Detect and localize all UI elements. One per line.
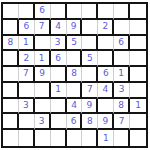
digit: 2 [102, 22, 108, 31]
cell-r3c1[interactable]: 8 [3, 36, 19, 52]
cell-r9c6[interactable] [82, 130, 98, 146]
digit: 6 [23, 22, 29, 31]
cell-r3c5[interactable]: 5 [67, 36, 83, 52]
cell-r7c4[interactable] [51, 99, 67, 115]
cell-r2c3[interactable]: 7 [35, 20, 51, 36]
cell-r7c9[interactable]: 1 [130, 99, 146, 115]
digit: 1 [39, 53, 45, 62]
cell-r3c9[interactable] [130, 36, 146, 52]
digit: 7 [87, 85, 93, 94]
digit: 7 [119, 116, 125, 125]
cell-r1c4[interactable] [51, 4, 67, 20]
digit: 8 [118, 101, 124, 110]
digit: 7 [39, 22, 45, 31]
digit: 1 [118, 69, 124, 78]
cell-r8c8[interactable]: 7 [114, 114, 130, 130]
cell-r5c5[interactable]: 8 [67, 67, 83, 83]
cell-r2c8[interactable] [114, 20, 130, 36]
cell-r1c9[interactable] [130, 4, 146, 20]
cell-r5c8[interactable]: 1 [114, 67, 130, 83]
cell-r9c8[interactable] [114, 130, 130, 146]
digit: 9 [39, 69, 45, 78]
cell-r5c7[interactable]: 6 [98, 67, 114, 83]
sudoku-board: 66749281356216579861174334981368971 [1, 2, 148, 148]
cell-r6c7[interactable]: 4 [98, 83, 114, 99]
cell-r4c5[interactable] [67, 51, 83, 67]
cell-r8c6[interactable]: 8 [82, 114, 98, 130]
cell-r5c6[interactable] [82, 67, 98, 83]
cell-r5c9[interactable] [130, 67, 146, 83]
cell-r3c3[interactable] [35, 36, 51, 52]
cell-r9c4[interactable] [51, 130, 67, 146]
digit: 5 [71, 37, 77, 46]
digit: 5 [87, 53, 93, 62]
cell-r5c4[interactable] [51, 67, 67, 83]
cell-r7c7[interactable] [98, 99, 114, 115]
cell-r5c3[interactable]: 9 [35, 67, 51, 83]
digit: 3 [39, 116, 45, 125]
digit: 1 [55, 85, 61, 94]
cell-r1c1[interactable] [3, 4, 19, 20]
cell-r4c6[interactable]: 5 [82, 51, 98, 67]
cell-r6c2[interactable] [19, 83, 35, 99]
cell-r1c6[interactable] [82, 4, 98, 20]
cell-r7c5[interactable]: 4 [67, 99, 83, 115]
cell-r6c3[interactable] [35, 83, 51, 99]
cell-r7c2[interactable]: 3 [19, 99, 35, 115]
digit: 4 [71, 101, 77, 110]
cell-r2c4[interactable]: 4 [51, 20, 67, 36]
digit: 9 [87, 101, 93, 110]
digit: 6 [71, 116, 77, 125]
cell-r6c8[interactable]: 3 [114, 83, 130, 99]
cell-r2c6[interactable] [82, 20, 98, 36]
cell-r6c4[interactable]: 1 [51, 83, 67, 99]
cell-r2c9[interactable] [130, 20, 146, 36]
cell-r1c2[interactable] [19, 4, 35, 20]
cell-r4c2[interactable]: 2 [19, 51, 35, 67]
cell-r8c5[interactable]: 6 [67, 114, 83, 130]
digit: 3 [119, 85, 125, 94]
digit: 8 [87, 116, 93, 125]
cell-r1c3[interactable]: 6 [35, 4, 51, 20]
cell-r5c2[interactable]: 7 [19, 67, 35, 83]
digit: 3 [23, 101, 29, 110]
cell-r4c8[interactable] [114, 51, 130, 67]
cell-r3c7[interactable] [98, 36, 114, 52]
cell-r2c5[interactable]: 9 [67, 20, 83, 36]
cell-r6c9[interactable] [130, 83, 146, 99]
cell-r8c4[interactable] [51, 114, 67, 130]
digit: 7 [23, 69, 29, 78]
cell-r8c3[interactable]: 3 [35, 114, 51, 130]
digit: 1 [103, 133, 109, 142]
cell-r1c5[interactable] [67, 4, 83, 20]
cell-r4c3[interactable]: 1 [35, 51, 51, 67]
cell-r1c7[interactable] [98, 4, 114, 20]
cell-r4c9[interactable] [130, 51, 146, 67]
digit: 2 [23, 53, 29, 62]
cell-r6c1[interactable] [3, 83, 19, 99]
cell-r8c1[interactable] [3, 114, 19, 130]
cell-r9c3[interactable] [35, 130, 51, 146]
cell-r9c2[interactable] [19, 130, 35, 146]
cell-r3c8[interactable]: 6 [114, 36, 130, 52]
digit: 9 [102, 116, 108, 125]
cell-r4c1[interactable] [3, 51, 19, 67]
cell-r6c5[interactable] [67, 83, 83, 99]
cell-r8c9[interactable] [130, 114, 146, 130]
digit: 1 [23, 37, 29, 46]
digit: 6 [103, 69, 109, 78]
cell-r9c1[interactable] [3, 130, 19, 146]
cell-r4c7[interactable] [98, 51, 114, 67]
cell-r2c2[interactable]: 6 [19, 20, 35, 36]
digit: 4 [102, 85, 108, 94]
cell-r2c1[interactable] [3, 20, 19, 36]
cell-r3c2[interactable]: 1 [19, 36, 35, 52]
cell-r4c4[interactable]: 6 [51, 51, 67, 67]
cell-r7c1[interactable] [3, 99, 19, 115]
digit: 6 [55, 53, 61, 62]
cell-r2c7[interactable]: 2 [98, 20, 114, 36]
cell-r5c1[interactable] [3, 67, 19, 83]
cell-r6c6[interactable]: 7 [82, 83, 98, 99]
digit: 4 [55, 22, 61, 31]
cell-r7c8[interactable]: 8 [114, 99, 130, 115]
cell-r7c6[interactable]: 9 [82, 99, 98, 115]
digit: 8 [8, 37, 14, 46]
digit: 3 [55, 37, 61, 46]
digit: 6 [39, 6, 45, 15]
cell-r8c7[interactable]: 9 [98, 114, 114, 130]
cell-r3c4[interactable]: 3 [51, 36, 67, 52]
cell-r9c9[interactable] [130, 130, 146, 146]
cell-r9c5[interactable] [67, 130, 83, 146]
cell-r1c8[interactable] [114, 4, 130, 20]
digit: 8 [71, 69, 77, 78]
digit: 6 [118, 37, 124, 46]
digit: 9 [71, 22, 77, 31]
cell-r8c2[interactable] [19, 114, 35, 130]
digit: 1 [135, 101, 141, 110]
cell-r9c7[interactable]: 1 [98, 130, 114, 146]
cell-r7c3[interactable] [35, 99, 51, 115]
cell-r3c6[interactable] [82, 36, 98, 52]
